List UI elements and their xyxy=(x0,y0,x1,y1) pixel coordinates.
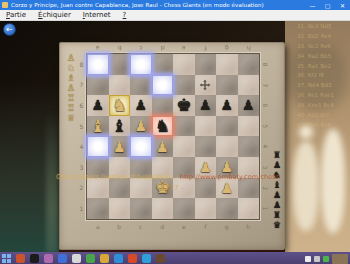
captured-white-piece: ♕ xyxy=(67,113,75,123)
file-label-d: d xyxy=(152,222,174,231)
square-a7[interactable] xyxy=(87,75,109,96)
square-h5[interactable] xyxy=(238,116,260,137)
rank-label-6: 6 xyxy=(78,95,85,116)
square-g7[interactable] xyxy=(216,75,238,96)
file-labels-top: abcdefgh xyxy=(87,44,259,53)
minimize-button[interactable]: — xyxy=(305,0,320,10)
captured-white-piece: ♗ xyxy=(67,73,75,83)
file-label-f: f xyxy=(195,222,217,231)
rank-labels-left: 87654321 xyxy=(78,54,85,219)
black-pawn[interactable]: ♟ xyxy=(242,98,255,112)
back-button[interactable]: ← xyxy=(3,23,16,36)
white-bishop[interactable]: ♝ xyxy=(90,118,105,135)
square-c6[interactable]: ♟ xyxy=(130,95,152,116)
black-pawn[interactable]: ♟ xyxy=(134,98,147,112)
black-pawn[interactable]: ♟ xyxy=(220,98,233,112)
clock-area[interactable] xyxy=(332,254,348,264)
watermark-counter: - 227 - xyxy=(59,184,285,192)
menu-bar: PartieÉchiquierInternet? xyxy=(0,10,350,21)
square-a5[interactable]: ♝ xyxy=(87,116,109,137)
close-button[interactable]: ✕ xyxy=(335,0,350,10)
scene-chair xyxy=(46,111,58,252)
square-f8[interactable] xyxy=(195,54,217,75)
file-label-h: h xyxy=(238,44,260,53)
square-b1[interactable] xyxy=(109,198,131,219)
captured-black-piece: ♜ xyxy=(273,150,281,160)
square-e6[interactable]: ♚ xyxy=(173,95,195,116)
move-row: 39. Kxe1 Bc4 xyxy=(297,101,349,111)
paint-icon[interactable] xyxy=(44,254,53,263)
square-b5[interactable]: ♝ xyxy=(109,116,131,137)
back-arrow-icon: ← xyxy=(6,25,13,34)
maximize-button[interactable]: ▢ xyxy=(320,0,335,10)
captured-white-tray: ♙♘♗♙♖♖♕ xyxy=(65,53,77,123)
black-bishop[interactable]: ♝ xyxy=(112,118,127,135)
dart-icon[interactable] xyxy=(16,254,25,263)
square-g1[interactable] xyxy=(216,198,238,219)
rank-label-8: 8 xyxy=(78,54,85,75)
file-label-g: g xyxy=(216,44,238,53)
app-icon xyxy=(2,2,8,8)
square-c5[interactable]: ♟ xyxy=(130,116,152,137)
square-g5[interactable] xyxy=(216,116,238,137)
move-row: 40. Kd2 Kf7 xyxy=(297,111,349,121)
square-e7[interactable] xyxy=(173,75,195,96)
board-frame: ♙♘♗♙♖♖♕ ♜♟♞♝♟♟♜♛ abcdefgh abcdefgh 87654… xyxy=(59,42,285,250)
square-c7[interactable] xyxy=(130,75,152,96)
rank-label-4: 4 xyxy=(78,136,85,157)
square-f7[interactable] xyxy=(195,75,217,96)
square-d8[interactable] xyxy=(152,54,174,75)
folder-icon[interactable] xyxy=(100,254,109,263)
white-pawn[interactable]: ♟ xyxy=(134,119,147,133)
photo-pawn xyxy=(293,141,319,231)
square-b8[interactable] xyxy=(109,54,131,75)
square-g4[interactable] xyxy=(216,136,238,157)
file-label-a: a xyxy=(87,44,109,53)
square-h6[interactable]: ♟ xyxy=(238,95,260,116)
square-d4[interactable]: ♟ xyxy=(152,136,174,157)
taskbar xyxy=(0,252,350,264)
file-labels-bottom: abcdefgh xyxy=(87,222,259,231)
file-label-c: c xyxy=(130,44,152,53)
move-row: 33. Nc2 Re6 xyxy=(297,42,349,52)
orange-app-icon[interactable] xyxy=(128,254,137,263)
file-label-d: d xyxy=(152,44,174,53)
black-knight[interactable]: ♞ xyxy=(155,118,170,135)
file-label-e: e xyxy=(173,222,195,231)
chess-giants-window: Corzo y Principe, Juan contre Capablanca… xyxy=(0,0,350,264)
green-app-icon[interactable] xyxy=(86,254,95,263)
captured-white-piece: ♙ xyxy=(67,53,75,63)
move-list: 31. Nc3 Nd532. Bd2 Re433. Nc2 Re634. Ra2… xyxy=(297,22,349,131)
move-row: 41. Nb6 Ke6 xyxy=(297,121,349,131)
square-b7[interactable] xyxy=(109,75,131,96)
rank-label-5: 5 xyxy=(78,116,85,137)
file-label-a: a xyxy=(87,222,109,231)
browser-icon[interactable] xyxy=(114,254,123,263)
rank-label-7: 7 xyxy=(78,75,85,96)
square-g8[interactable] xyxy=(216,54,238,75)
move-row: 35. Ra1 Be2 xyxy=(297,62,349,72)
square-h7[interactable] xyxy=(238,75,260,96)
captured-black-piece: ♛ xyxy=(273,220,281,230)
square-c1[interactable] xyxy=(130,198,152,219)
rank-label-1: 1 xyxy=(78,198,85,219)
black-pawn[interactable]: ♟ xyxy=(91,98,104,112)
file-label-b: b xyxy=(109,44,131,53)
captured-white-piece: ♖ xyxy=(67,103,75,113)
white-knight[interactable]: ♞ xyxy=(112,97,127,114)
square-a1[interactable] xyxy=(87,198,109,219)
file-label-g: g xyxy=(216,222,238,231)
knight-app-icon[interactable] xyxy=(156,254,165,263)
file-label-c: c xyxy=(130,222,152,231)
move-row: 31. Nc3 Nd5 xyxy=(297,22,349,32)
square-d7[interactable] xyxy=(152,75,174,96)
console-icon[interactable] xyxy=(30,254,39,263)
square-a6[interactable]: ♟ xyxy=(87,95,109,116)
square-h1[interactable] xyxy=(238,198,260,219)
white-pawn[interactable]: ♟ xyxy=(156,140,169,154)
menu-item-partie[interactable]: Partie xyxy=(0,10,32,21)
watermark-url: http://www.pmbaty.com/chess xyxy=(180,173,279,181)
square-h4[interactable] xyxy=(238,136,260,157)
white-pawn[interactable]: ♟ xyxy=(113,140,126,154)
chess-board: ♟♞♟♚♟♟♟♝♝♟♞♟♟♟♟♚♟ xyxy=(87,54,259,219)
move-row: 34. Ra2 Bb5 xyxy=(297,52,349,62)
square-b4[interactable]: ♟ xyxy=(109,136,131,157)
window-title: Corzo y Principe, Juan contre Capablanca… xyxy=(11,2,305,8)
square-d5[interactable]: ♞ xyxy=(152,116,174,137)
move-row: 36. Kf2 f6 xyxy=(297,71,349,81)
square-g6[interactable]: ♟ xyxy=(216,95,238,116)
square-f4[interactable] xyxy=(195,136,217,157)
scene-3d-view: 31. Nc3 Nd532. Bd2 Re433. Nc2 Re634. Ra2… xyxy=(0,21,350,252)
square-b6[interactable]: ♞ xyxy=(109,95,131,116)
file-label-e: e xyxy=(173,44,195,53)
title-bar: Corzo y Principe, Juan contre Capablanca… xyxy=(0,0,350,10)
evaluation-watermark: Chess Giants (version d'évaluation) - ht… xyxy=(56,173,298,181)
file-label-f: f xyxy=(195,44,217,53)
window-icon[interactable] xyxy=(72,254,81,263)
photo-pawn xyxy=(321,129,345,233)
move-row: 37. Nd4 Bd5 xyxy=(297,81,349,91)
file-label-b: b xyxy=(109,222,131,231)
blue-app-icon[interactable] xyxy=(58,254,67,263)
square-f5[interactable] xyxy=(195,116,217,137)
skype-icon[interactable] xyxy=(142,254,151,263)
square-f1[interactable] xyxy=(195,198,217,219)
captured-white-piece: ♘ xyxy=(67,63,75,73)
captured-white-piece: ♙ xyxy=(67,83,75,93)
move-row: 32. Bd2 Re4 xyxy=(297,32,349,42)
rank-labels-right: 87654321 xyxy=(262,54,269,219)
menu-item-chiquier[interactable]: Échiquier xyxy=(32,10,77,21)
file-label-h: h xyxy=(238,222,260,231)
square-f6[interactable]: ♟ xyxy=(195,95,217,116)
square-d1[interactable] xyxy=(152,198,174,219)
captured-white-piece: ♖ xyxy=(67,93,75,103)
menu-item-internet[interactable]: Internet xyxy=(77,10,117,21)
black-king[interactable]: ♚ xyxy=(176,97,191,114)
square-e8[interactable] xyxy=(173,54,195,75)
square-a8[interactable] xyxy=(87,54,109,75)
black-pawn[interactable]: ♟ xyxy=(199,98,212,112)
tray-green-icon[interactable] xyxy=(323,256,329,262)
start-button[interactable] xyxy=(2,254,11,263)
menu-item-?[interactable]: ? xyxy=(117,10,133,21)
tray-gray-icon[interactable] xyxy=(314,256,320,262)
move-row: 38. Re1 Rxe1 xyxy=(297,91,349,101)
square-c8[interactable] xyxy=(130,54,152,75)
square-e5[interactable] xyxy=(173,116,195,137)
square-h8[interactable] xyxy=(238,54,260,75)
tray-white-icon[interactable] xyxy=(305,256,311,262)
square-d6[interactable] xyxy=(152,95,174,116)
square-e1[interactable] xyxy=(173,198,195,219)
square-a4[interactable] xyxy=(87,136,109,157)
square-c4[interactable] xyxy=(130,136,152,157)
move-cursor-icon xyxy=(200,75,211,94)
square-e4[interactable] xyxy=(173,136,195,157)
